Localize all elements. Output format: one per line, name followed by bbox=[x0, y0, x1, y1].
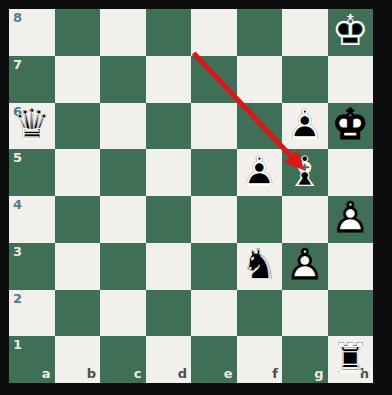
square-g7[interactable] bbox=[282, 56, 328, 103]
bishop-detail-icon: ♗ bbox=[286, 151, 324, 193]
square-f7[interactable] bbox=[237, 56, 283, 103]
square-c3[interactable] bbox=[100, 243, 146, 290]
square-g6[interactable]: ♟♙ bbox=[282, 103, 328, 150]
black-king-h8[interactable]: ♚♔ bbox=[328, 9, 374, 56]
square-b2[interactable] bbox=[55, 290, 101, 337]
square-b6[interactable] bbox=[55, 103, 101, 150]
square-h1[interactable]: h♜♖ bbox=[328, 336, 374, 383]
square-f2[interactable] bbox=[237, 290, 283, 337]
rank-label-5: 5 bbox=[13, 150, 22, 166]
square-g2[interactable] bbox=[282, 290, 328, 337]
black-rook-h1[interactable]: ♜♖ bbox=[328, 336, 374, 383]
square-e3[interactable] bbox=[191, 243, 237, 290]
king-detail-icon: ♔ bbox=[331, 11, 369, 53]
king-detail-icon: ♔ bbox=[331, 104, 369, 146]
square-f6[interactable] bbox=[237, 103, 283, 150]
black-bishop-g5[interactable]: ♝♗ bbox=[282, 149, 328, 196]
square-d1[interactable]: d bbox=[146, 336, 192, 383]
square-e2[interactable] bbox=[191, 290, 237, 337]
square-d2[interactable] bbox=[146, 290, 192, 337]
pawn-detail-icon: ♙ bbox=[240, 151, 278, 193]
square-e4[interactable] bbox=[191, 196, 237, 243]
square-a2[interactable]: 2 bbox=[9, 290, 55, 337]
rank-label-4: 4 bbox=[13, 197, 22, 213]
square-g1[interactable]: g bbox=[282, 336, 328, 383]
square-b1[interactable]: b bbox=[55, 336, 101, 383]
rook-detail-icon: ♖ bbox=[331, 338, 369, 380]
square-b8[interactable] bbox=[55, 9, 101, 56]
square-a7[interactable]: 7 bbox=[9, 56, 55, 103]
square-f5[interactable]: ♟♙ bbox=[237, 149, 283, 196]
square-g5[interactable]: ♝♗ bbox=[282, 149, 328, 196]
square-h8[interactable]: ♚♔ bbox=[328, 9, 374, 56]
square-c6[interactable] bbox=[100, 103, 146, 150]
rank-label-3: 3 bbox=[13, 244, 22, 260]
square-g3[interactable]: ♟♙ bbox=[282, 243, 328, 290]
square-f1[interactable]: f bbox=[237, 336, 283, 383]
square-f8[interactable] bbox=[237, 9, 283, 56]
square-d4[interactable] bbox=[146, 196, 192, 243]
square-a4[interactable]: 4 bbox=[9, 196, 55, 243]
square-b3[interactable] bbox=[55, 243, 101, 290]
white-pawn-g3[interactable]: ♟♙ bbox=[282, 243, 328, 290]
rank-label-8: 8 bbox=[13, 10, 22, 26]
square-g8[interactable] bbox=[282, 9, 328, 56]
black-pawn-f5[interactable]: ♟♙ bbox=[237, 149, 283, 196]
square-e1[interactable]: e bbox=[191, 336, 237, 383]
chess-board: 8♚♔76♛♕♟♙♚♔5♟♙♝♗4♟♙3♞♘♟♙21abcdefgh♜♖ bbox=[9, 9, 373, 383]
square-h5[interactable] bbox=[328, 149, 374, 196]
white-pawn-h4[interactable]: ♟♙ bbox=[328, 196, 374, 243]
square-c5[interactable] bbox=[100, 149, 146, 196]
square-e6[interactable] bbox=[191, 103, 237, 150]
square-d8[interactable] bbox=[146, 9, 192, 56]
square-d6[interactable] bbox=[146, 103, 192, 150]
rank-label-1: 1 bbox=[13, 337, 22, 353]
black-queen-a6[interactable]: ♛♕ bbox=[9, 103, 55, 150]
square-c8[interactable] bbox=[100, 9, 146, 56]
square-a8[interactable]: 8 bbox=[9, 9, 55, 56]
black-knight-f3[interactable]: ♞♘ bbox=[237, 243, 283, 290]
square-g4[interactable] bbox=[282, 196, 328, 243]
square-h6[interactable]: ♚♔ bbox=[328, 103, 374, 150]
square-b7[interactable] bbox=[55, 56, 101, 103]
square-b4[interactable] bbox=[55, 196, 101, 243]
square-a5[interactable]: 5 bbox=[9, 149, 55, 196]
square-e5[interactable] bbox=[191, 149, 237, 196]
file-label-g: g bbox=[314, 366, 323, 382]
knight-detail-icon: ♘ bbox=[240, 244, 278, 286]
square-h3[interactable] bbox=[328, 243, 374, 290]
white-king-h6[interactable]: ♚♔ bbox=[328, 103, 374, 150]
square-f4[interactable] bbox=[237, 196, 283, 243]
rank-label-7: 7 bbox=[13, 57, 22, 73]
file-label-a: a bbox=[42, 366, 51, 382]
square-h2[interactable] bbox=[328, 290, 374, 337]
square-c7[interactable] bbox=[100, 56, 146, 103]
square-e8[interactable] bbox=[191, 9, 237, 56]
square-c1[interactable]: c bbox=[100, 336, 146, 383]
file-label-b: b bbox=[87, 366, 96, 382]
square-h4[interactable]: ♟♙ bbox=[328, 196, 374, 243]
black-pawn-g6[interactable]: ♟♙ bbox=[282, 103, 328, 150]
file-label-e: e bbox=[224, 366, 233, 382]
square-d3[interactable] bbox=[146, 243, 192, 290]
square-c2[interactable] bbox=[100, 290, 146, 337]
square-d5[interactable] bbox=[146, 149, 192, 196]
square-c4[interactable] bbox=[100, 196, 146, 243]
file-label-f: f bbox=[272, 366, 278, 382]
square-a1[interactable]: 1a bbox=[9, 336, 55, 383]
pawn-detail-icon: ♙ bbox=[286, 244, 324, 286]
pawn-detail-icon: ♙ bbox=[331, 198, 369, 240]
queen-detail-icon: ♕ bbox=[13, 104, 51, 146]
square-e7[interactable] bbox=[191, 56, 237, 103]
file-label-d: d bbox=[178, 366, 187, 382]
square-a6[interactable]: 6♛♕ bbox=[9, 103, 55, 150]
square-f3[interactable]: ♞♘ bbox=[237, 243, 283, 290]
square-a3[interactable]: 3 bbox=[9, 243, 55, 290]
square-h7[interactable] bbox=[328, 56, 374, 103]
square-b5[interactable] bbox=[55, 149, 101, 196]
square-d7[interactable] bbox=[146, 56, 192, 103]
pawn-detail-icon: ♙ bbox=[286, 104, 324, 146]
rank-label-2: 2 bbox=[13, 291, 22, 307]
file-label-c: c bbox=[134, 366, 142, 382]
